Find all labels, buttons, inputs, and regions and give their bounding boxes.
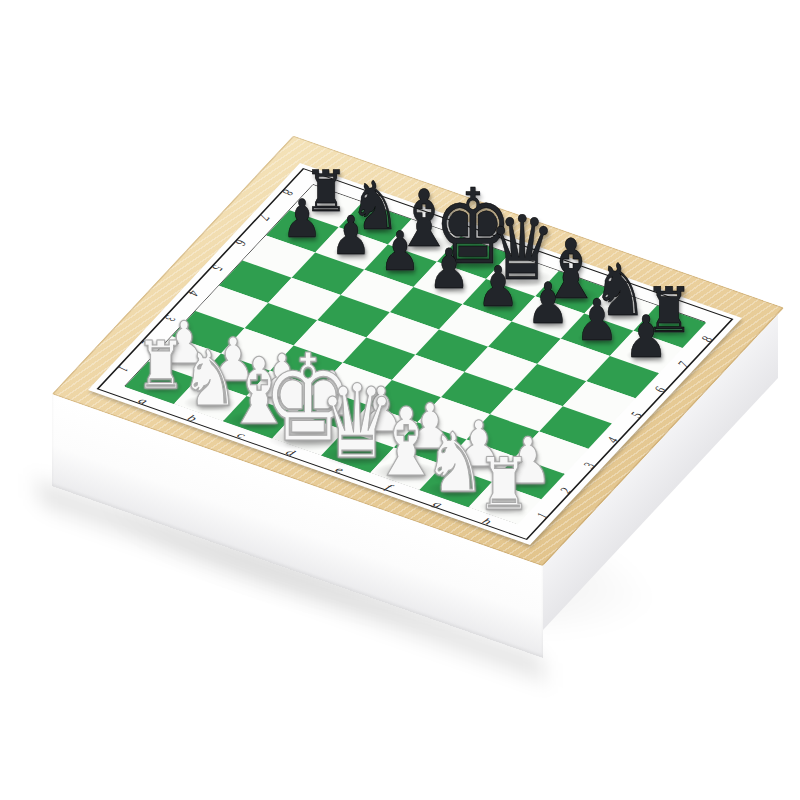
- product-photo: abcdefgh8877665544332211 ♜♞♝♚♛♝♞♜♟♟♟♟♟♟♟…: [0, 0, 800, 800]
